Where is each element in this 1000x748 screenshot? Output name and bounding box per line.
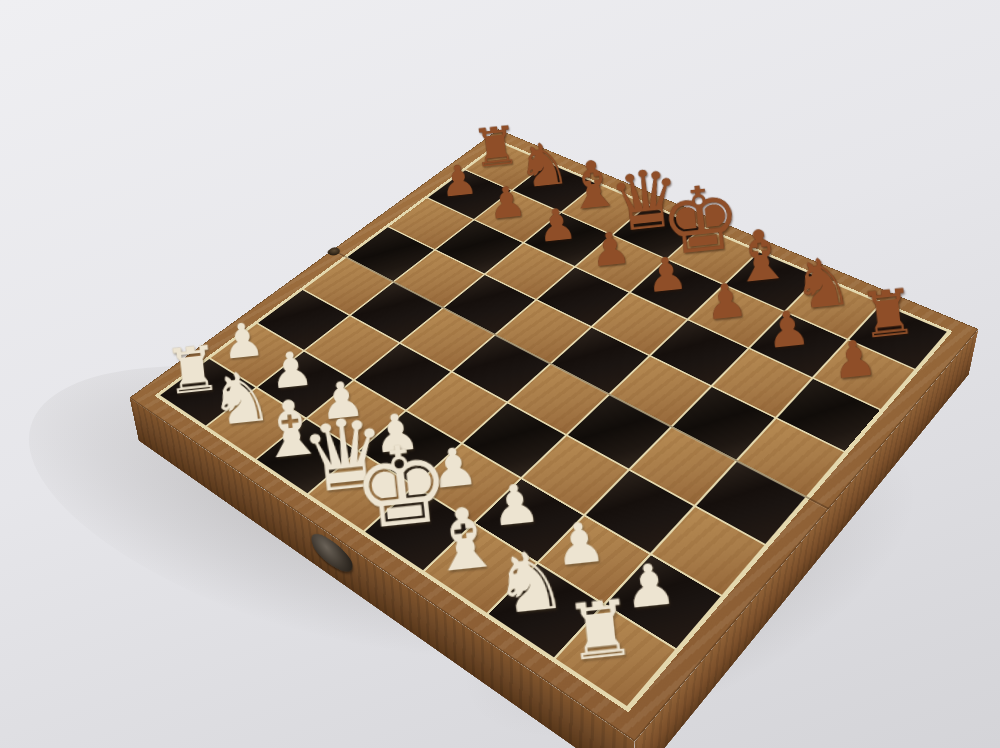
black-pawn-a7: ♟: [438, 159, 479, 202]
black-pawn-c7: ♟: [536, 203, 579, 248]
squares-grid: ♜♞♝♛♚♝♞♜♟♟♟♟♟♟♟♟♟♟♟♟♟♟♟♟♜♞♝♛♚♝♞♜: [155, 141, 953, 712]
black-pawn-d7: ♟: [588, 226, 632, 272]
black-pawn-f7: ♟: [702, 277, 749, 326]
chess-board: ♜♞♝♛♚♝♞♜♟♟♟♟♟♟♟♟♟♟♟♟♟♟♟♟♜♞♝♛♚♝♞♜: [129, 129, 978, 741]
black-pawn-h7: ♟: [830, 334, 880, 386]
camera-tilt: ♜♞♝♛♚♝♞♜♟♟♟♟♟♟♟♟♟♟♟♟♟♟♟♟♜♞♝♛♚♝♞♜: [0, 0, 1000, 748]
board-top-face: ♜♞♝♛♚♝♞♜♟♟♟♟♟♟♟♟♟♟♟♟♟♟♟♟♜♞♝♛♚♝♞♜: [129, 129, 978, 741]
white-knight-g1: ♞: [489, 541, 570, 626]
black-rook-a8: ♜: [470, 120, 522, 174]
scene: ♜♞♝♛♚♝♞♜♟♟♟♟♟♟♟♟♟♟♟♟♟♟♟♟♜♞♝♛♚♝♞♜: [0, 0, 1000, 748]
black-pawn-e7: ♟: [644, 251, 690, 299]
black-pawn-b7: ♟: [486, 181, 528, 225]
photo-background: ♜♞♝♛♚♝♞♜♟♟♟♟♟♟♟♟♟♟♟♟♟♟♟♟♜♞♝♛♚♝♞♜: [0, 0, 1000, 748]
square-h5: [738, 419, 843, 496]
black-pawn-g7: ♟: [764, 304, 812, 354]
white-rook-h1: ♜: [562, 592, 639, 672]
